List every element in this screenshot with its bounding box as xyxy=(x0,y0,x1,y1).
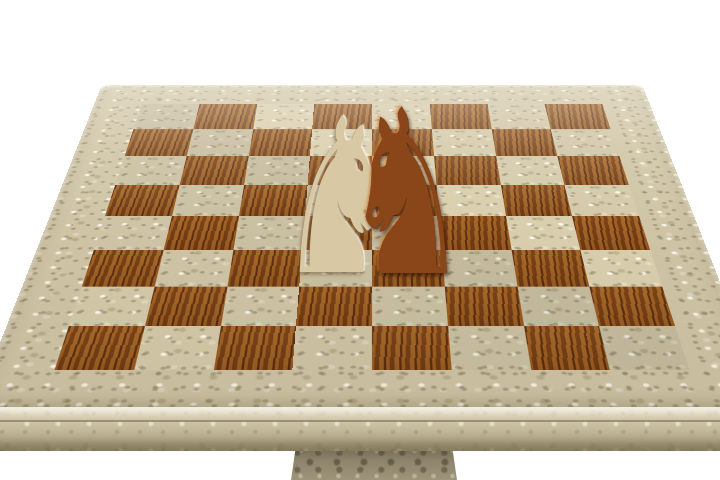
black-knight-glyph: ♞ xyxy=(343,80,470,308)
black-knight[interactable]: ♞ xyxy=(406,80,610,308)
pieces-layer: ♞♞ xyxy=(0,0,720,480)
photo-stage: ♞♞ xyxy=(0,0,720,480)
